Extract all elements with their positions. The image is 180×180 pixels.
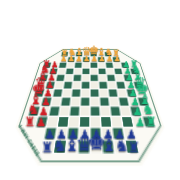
square[interactable]: [100, 106, 111, 116]
yellow-pawn[interactable]: ♟: [105, 54, 112, 62]
square[interactable]: [90, 116, 101, 127]
square[interactable]: ♟: [112, 57, 120, 62]
yellow-pawn[interactable]: ♟: [67, 54, 74, 62]
red-rook[interactable]: ♜: [24, 115, 35, 128]
square[interactable]: [90, 81, 99, 89]
square[interactable]: ♟: [75, 57, 83, 62]
square[interactable]: [116, 81, 126, 89]
square[interactable]: [81, 75, 90, 82]
yellow-pawn[interactable]: ♟: [113, 54, 120, 62]
four-way-chess-board: ♜♞♝♛♚♝♞♜♟♟♟♟♟♟♟♟♜♟♟♜♞♟♟♞♝♟♟♝♛♟♟♛♚♟♟♚♝♟♟♝…: [2, 48, 178, 166]
square[interactable]: ♚: [90, 140, 102, 154]
board-perspective-wrapper: ♜♞♝♛♚♝♞♜♟♟♟♟♟♟♟♟♜♟♟♜♞♟♟♞♝♟♟♝♛♟♟♛♚♟♟♚♝♟♟♝…: [29, 28, 151, 150]
square[interactable]: [99, 81, 108, 89]
board-base-corner: [148, 140, 164, 154]
square[interactable]: [90, 97, 100, 106]
square[interactable]: [70, 97, 80, 106]
square[interactable]: ♟: [132, 116, 145, 127]
square[interactable]: ♟: [97, 57, 105, 62]
yellow-pawn[interactable]: ♟: [75, 54, 82, 62]
square[interactable]: ♟: [105, 57, 113, 62]
yellow-pawn[interactable]: ♟: [83, 54, 90, 62]
square[interactable]: [79, 116, 90, 127]
square[interactable]: [54, 81, 64, 89]
square[interactable]: [50, 97, 61, 106]
yellow-pawn[interactable]: ♟: [60, 54, 67, 62]
square[interactable]: [68, 116, 80, 127]
square[interactable]: ♟: [35, 116, 48, 127]
square[interactable]: [69, 106, 80, 116]
square[interactable]: ♝: [65, 140, 78, 154]
yellow-pawn[interactable]: ♟: [90, 54, 97, 62]
square[interactable]: ♜: [125, 140, 139, 154]
photo-background: ♜♞♝♛♚♝♞♜♟♟♟♟♟♟♟♟♜♟♟♜♞♟♟♞♝♟♟♝♛♟♟♛♚♟♟♚♝♟♟♝…: [0, 0, 180, 180]
green-rook[interactable]: ♜: [145, 115, 156, 128]
square[interactable]: [80, 97, 90, 106]
square[interactable]: ♝: [102, 140, 115, 154]
red-pawn[interactable]: ♟: [35, 116, 45, 128]
blue-knight[interactable]: ♞: [114, 138, 128, 154]
square[interactable]: [80, 106, 90, 116]
green-pawn[interactable]: ♟: [134, 116, 144, 128]
square[interactable]: ♟: [90, 57, 98, 62]
board-grid: ♜♞♝♛♚♝♞♜♟♟♟♟♟♟♟♟♜♟♟♜♞♟♟♞♝♟♟♝♛♟♟♛♚♟♟♚♝♟♟♝…: [16, 52, 164, 154]
yellow-pawn[interactable]: ♟: [98, 54, 105, 62]
square[interactable]: [72, 81, 81, 89]
square[interactable]: [63, 81, 73, 89]
blue-bishop[interactable]: ♝: [64, 137, 79, 154]
square[interactable]: ♟: [59, 57, 67, 62]
blue-rook[interactable]: ♜: [40, 139, 53, 153]
blue-rook[interactable]: ♜: [127, 139, 140, 153]
square[interactable]: [81, 81, 90, 89]
square[interactable]: [60, 97, 71, 106]
square[interactable]: [90, 106, 100, 116]
square[interactable]: ♞: [113, 140, 127, 154]
square[interactable]: ♟: [82, 57, 90, 62]
square[interactable]: ♟: [67, 57, 75, 62]
square[interactable]: [107, 81, 117, 89]
